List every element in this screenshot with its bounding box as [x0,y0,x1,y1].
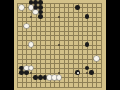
black-stone [75,70,80,75]
white-stone [19,5,24,10]
go-board[interactable] [14,0,106,90]
letterbox-left [0,0,14,90]
grid-line-horizontal [17,82,102,83]
grid-line-vertical [68,3,69,88]
grid-line-vertical [73,3,74,88]
white-stone [24,66,29,71]
hoshi-star-point [30,72,32,74]
go-game-screenshot [0,0,120,90]
hoshi-star-point [58,16,60,18]
hoshi-star-point [58,72,60,74]
grid-line-vertical [96,3,97,88]
grid-line-horizontal [17,49,102,50]
grid-line-vertical [82,3,83,88]
white-stone [94,56,99,61]
black-stone [75,5,80,10]
black-stone [85,14,90,19]
hoshi-star-point [86,72,88,74]
black-stone [38,5,43,10]
white-stone [29,66,34,71]
black-stone [24,70,29,75]
white-stone [57,75,62,80]
black-stone [89,70,94,75]
grid-line-horizontal [17,54,102,55]
black-stone [38,75,43,80]
grid-line-vertical [101,3,102,88]
grid-line-horizontal [17,87,102,88]
black-stone [85,66,90,71]
grid-line-vertical [64,3,65,88]
letterbox-right [106,0,120,90]
white-stone [29,5,34,10]
white-stone [24,24,29,29]
grid-line-horizontal [17,63,102,64]
white-stone [33,10,38,15]
black-stone [85,42,90,47]
hoshi-star-point [30,16,32,18]
black-stone [38,14,43,19]
last-move-marker [77,72,79,74]
grid-line-horizontal [17,59,102,60]
white-stone [52,75,57,80]
hoshi-star-point [58,44,60,46]
white-stone [29,42,34,47]
